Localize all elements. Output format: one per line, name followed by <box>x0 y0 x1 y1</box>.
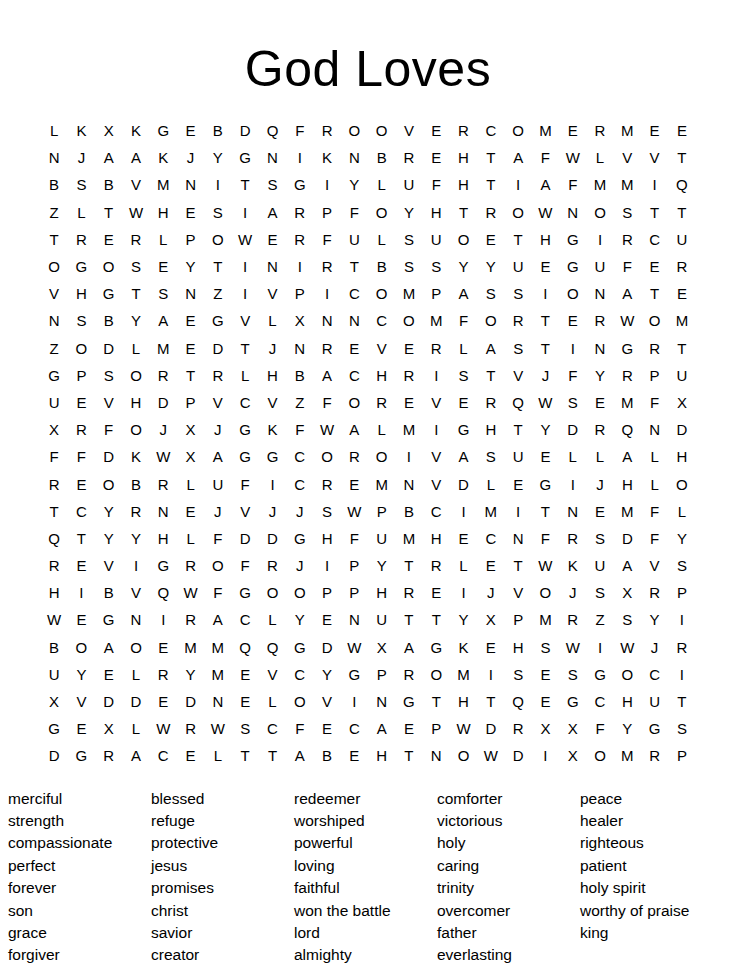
grid-cell[interactable]: S <box>504 335 531 362</box>
grid-cell[interactable]: Q <box>232 634 259 661</box>
grid-cell[interactable]: P <box>368 661 395 688</box>
grid-cell[interactable]: Q <box>614 416 641 443</box>
grid-cell[interactable]: R <box>95 742 122 769</box>
grid-cell[interactable]: S <box>559 661 586 688</box>
grid-cell[interactable]: E <box>95 226 122 253</box>
grid-cell[interactable]: P <box>423 715 450 742</box>
grid-cell[interactable]: M <box>450 661 477 688</box>
grid-cell[interactable]: I <box>532 742 559 769</box>
grid-cell[interactable]: M <box>586 171 613 198</box>
grid-cell[interactable]: S <box>259 171 286 198</box>
grid-cell[interactable]: B <box>313 742 340 769</box>
grid-cell[interactable]: N <box>586 280 613 307</box>
grid-cell[interactable]: V <box>95 389 122 416</box>
grid-cell[interactable]: N <box>368 688 395 715</box>
grid-cell[interactable]: T <box>668 144 695 171</box>
grid-cell[interactable]: J <box>559 579 586 606</box>
grid-cell[interactable]: O <box>368 117 395 144</box>
grid-cell[interactable]: C <box>68 498 95 525</box>
grid-cell[interactable]: W <box>477 742 504 769</box>
grid-cell[interactable]: R <box>614 226 641 253</box>
grid-cell[interactable]: E <box>423 117 450 144</box>
grid-cell[interactable]: F <box>286 416 313 443</box>
grid-cell[interactable]: G <box>68 253 95 280</box>
grid-cell[interactable]: R <box>450 117 477 144</box>
grid-cell[interactable]: I <box>150 606 177 633</box>
grid-cell[interactable]: E <box>641 117 668 144</box>
grid-cell[interactable]: Y <box>614 715 641 742</box>
grid-cell[interactable]: E <box>341 742 368 769</box>
grid-cell[interactable]: T <box>450 199 477 226</box>
grid-cell[interactable]: B <box>95 307 122 334</box>
grid-cell[interactable]: R <box>286 226 313 253</box>
grid-cell[interactable]: H <box>368 579 395 606</box>
grid-cell[interactable]: M <box>204 634 231 661</box>
grid-cell[interactable]: B <box>122 470 149 497</box>
grid-cell[interactable]: S <box>450 362 477 389</box>
grid-cell[interactable]: S <box>395 226 422 253</box>
grid-cell[interactable]: T <box>641 280 668 307</box>
grid-cell[interactable]: R <box>150 661 177 688</box>
grid-cell[interactable]: E <box>68 715 95 742</box>
grid-cell[interactable]: F <box>341 525 368 552</box>
grid-cell[interactable]: M <box>614 389 641 416</box>
grid-cell[interactable]: U <box>395 171 422 198</box>
grid-cell[interactable]: K <box>259 416 286 443</box>
grid-cell[interactable]: W <box>532 552 559 579</box>
grid-cell[interactable]: H <box>150 199 177 226</box>
grid-cell[interactable]: J <box>204 416 231 443</box>
grid-cell[interactable]: H <box>150 525 177 552</box>
grid-cell[interactable]: G <box>95 280 122 307</box>
grid-cell[interactable]: E <box>477 226 504 253</box>
grid-cell[interactable]: D <box>95 443 122 470</box>
grid-cell[interactable]: J <box>204 498 231 525</box>
grid-cell[interactable]: W <box>532 389 559 416</box>
grid-cell[interactable]: F <box>423 171 450 198</box>
grid-cell[interactable]: T <box>423 688 450 715</box>
grid-cell[interactable]: C <box>641 661 668 688</box>
grid-cell[interactable]: R <box>504 307 531 334</box>
grid-cell[interactable]: O <box>504 199 531 226</box>
grid-cell[interactable]: T <box>477 171 504 198</box>
grid-cell[interactable]: E <box>68 552 95 579</box>
grid-cell[interactable]: R <box>341 443 368 470</box>
grid-cell[interactable]: C <box>368 307 395 334</box>
grid-cell[interactable]: I <box>641 171 668 198</box>
grid-cell[interactable]: X <box>286 307 313 334</box>
grid-cell[interactable]: W <box>559 144 586 171</box>
grid-cell[interactable]: I <box>559 470 586 497</box>
grid-cell[interactable]: B <box>204 117 231 144</box>
grid-cell[interactable]: T <box>341 253 368 280</box>
grid-cell[interactable]: V <box>423 443 450 470</box>
grid-cell[interactable]: E <box>504 470 531 497</box>
grid-cell[interactable]: I <box>532 280 559 307</box>
grid-cell[interactable]: D <box>40 742 67 769</box>
grid-cell[interactable]: E <box>150 688 177 715</box>
grid-cell[interactable]: O <box>477 307 504 334</box>
grid-cell[interactable]: S <box>504 661 531 688</box>
grid-cell[interactable]: R <box>559 606 586 633</box>
grid-cell[interactable]: K <box>150 144 177 171</box>
grid-cell[interactable]: H <box>450 688 477 715</box>
grid-cell[interactable]: T <box>668 199 695 226</box>
grid-cell[interactable]: R <box>150 470 177 497</box>
grid-cell[interactable]: G <box>286 525 313 552</box>
grid-cell[interactable]: S <box>586 579 613 606</box>
grid-cell[interactable]: S <box>423 253 450 280</box>
grid-cell[interactable]: E <box>313 606 340 633</box>
grid-cell[interactable]: K <box>122 117 149 144</box>
grid-cell[interactable]: V <box>423 389 450 416</box>
grid-cell[interactable]: F <box>232 552 259 579</box>
grid-cell[interactable]: R <box>423 552 450 579</box>
grid-cell[interactable]: V <box>204 389 231 416</box>
grid-cell[interactable]: R <box>122 226 149 253</box>
grid-cell[interactable]: U <box>504 443 531 470</box>
grid-cell[interactable]: P <box>313 199 340 226</box>
grid-cell[interactable]: R <box>641 335 668 362</box>
grid-cell[interactable]: Z <box>204 280 231 307</box>
grid-cell[interactable]: O <box>68 634 95 661</box>
grid-cell[interactable]: W <box>341 634 368 661</box>
grid-cell[interactable]: I <box>341 688 368 715</box>
grid-cell[interactable]: O <box>95 470 122 497</box>
grid-cell[interactable]: O <box>641 307 668 334</box>
grid-cell[interactable]: X <box>177 443 204 470</box>
grid-cell[interactable]: E <box>177 117 204 144</box>
grid-cell[interactable]: S <box>95 362 122 389</box>
grid-cell[interactable]: F <box>40 443 67 470</box>
grid-cell[interactable]: U <box>341 226 368 253</box>
grid-cell[interactable]: E <box>177 742 204 769</box>
grid-cell[interactable]: N <box>423 742 450 769</box>
grid-cell[interactable]: L <box>368 171 395 198</box>
grid-cell[interactable]: E <box>395 715 422 742</box>
grid-cell[interactable]: A <box>341 416 368 443</box>
grid-cell[interactable]: P <box>177 389 204 416</box>
grid-cell[interactable]: X <box>668 389 695 416</box>
grid-cell[interactable]: L <box>641 443 668 470</box>
grid-cell[interactable]: Y <box>177 253 204 280</box>
grid-cell[interactable]: N <box>586 335 613 362</box>
grid-cell[interactable]: G <box>286 634 313 661</box>
grid-cell[interactable]: A <box>122 742 149 769</box>
grid-cell[interactable]: W <box>40 606 67 633</box>
grid-cell[interactable]: E <box>559 307 586 334</box>
grid-cell[interactable]: I <box>559 335 586 362</box>
grid-cell[interactable]: A <box>204 443 231 470</box>
grid-cell[interactable]: E <box>177 498 204 525</box>
grid-cell[interactable]: J <box>641 634 668 661</box>
grid-cell[interactable]: G <box>341 661 368 688</box>
grid-cell[interactable]: Y <box>341 171 368 198</box>
grid-cell[interactable]: F <box>341 199 368 226</box>
grid-cell[interactable]: D <box>614 525 641 552</box>
grid-cell[interactable]: G <box>559 688 586 715</box>
grid-cell[interactable]: I <box>68 579 95 606</box>
grid-cell[interactable]: Y <box>68 661 95 688</box>
grid-cell[interactable]: R <box>313 470 340 497</box>
grid-cell[interactable]: O <box>368 199 395 226</box>
grid-cell[interactable]: T <box>532 307 559 334</box>
grid-cell[interactable]: J <box>150 416 177 443</box>
grid-cell[interactable]: T <box>395 552 422 579</box>
grid-cell[interactable]: L <box>150 226 177 253</box>
grid-cell[interactable]: T <box>477 362 504 389</box>
grid-cell[interactable]: R <box>313 335 340 362</box>
grid-cell[interactable]: S <box>477 280 504 307</box>
grid-cell[interactable]: N <box>40 144 67 171</box>
grid-cell[interactable]: S <box>504 280 531 307</box>
grid-cell[interactable]: G <box>150 117 177 144</box>
grid-cell[interactable]: E <box>68 389 95 416</box>
grid-cell[interactable]: G <box>559 253 586 280</box>
grid-cell[interactable]: T <box>395 606 422 633</box>
grid-cell[interactable]: Q <box>504 389 531 416</box>
grid-cell[interactable]: L <box>68 199 95 226</box>
grid-cell[interactable]: R <box>313 117 340 144</box>
grid-cell[interactable]: M <box>395 280 422 307</box>
grid-cell[interactable]: V <box>232 307 259 334</box>
grid-cell[interactable]: G <box>450 416 477 443</box>
grid-cell[interactable]: O <box>286 688 313 715</box>
grid-cell[interactable]: L <box>122 661 149 688</box>
grid-cell[interactable]: C <box>232 389 259 416</box>
grid-cell[interactable]: I <box>477 661 504 688</box>
grid-cell[interactable]: I <box>286 253 313 280</box>
grid-cell[interactable]: T <box>177 362 204 389</box>
grid-cell[interactable]: P <box>341 552 368 579</box>
grid-cell[interactable]: L <box>259 688 286 715</box>
grid-cell[interactable]: H <box>313 525 340 552</box>
grid-cell[interactable]: X <box>368 634 395 661</box>
grid-cell[interactable]: D <box>232 525 259 552</box>
grid-cell[interactable]: S <box>532 634 559 661</box>
grid-cell[interactable]: H <box>532 226 559 253</box>
grid-cell[interactable]: X <box>477 606 504 633</box>
grid-cell[interactable]: M <box>668 307 695 334</box>
grid-cell[interactable]: E <box>586 389 613 416</box>
grid-cell[interactable]: E <box>532 661 559 688</box>
grid-cell[interactable]: I <box>232 280 259 307</box>
grid-cell[interactable]: Y <box>122 525 149 552</box>
grid-cell[interactable]: B <box>368 144 395 171</box>
grid-cell[interactable]: T <box>232 335 259 362</box>
grid-cell[interactable]: Y <box>395 199 422 226</box>
grid-cell[interactable]: D <box>313 634 340 661</box>
grid-cell[interactable]: D <box>204 335 231 362</box>
grid-cell[interactable]: W <box>150 715 177 742</box>
grid-cell[interactable]: H <box>368 742 395 769</box>
grid-cell[interactable]: I <box>313 552 340 579</box>
grid-cell[interactable]: D <box>559 416 586 443</box>
grid-cell[interactable]: C <box>586 688 613 715</box>
grid-cell[interactable]: R <box>504 715 531 742</box>
grid-cell[interactable]: C <box>341 280 368 307</box>
grid-cell[interactable]: R <box>395 144 422 171</box>
grid-cell[interactable]: W <box>614 634 641 661</box>
grid-cell[interactable]: W <box>313 416 340 443</box>
grid-cell[interactable]: U <box>204 470 231 497</box>
grid-cell[interactable]: S <box>668 715 695 742</box>
grid-cell[interactable]: J <box>586 470 613 497</box>
grid-cell[interactable]: T <box>232 171 259 198</box>
grid-cell[interactable]: E <box>423 579 450 606</box>
grid-cell[interactable]: R <box>668 253 695 280</box>
grid-cell[interactable]: L <box>259 307 286 334</box>
grid-cell[interactable]: Y <box>177 661 204 688</box>
grid-cell[interactable]: U <box>40 661 67 688</box>
grid-cell[interactable]: I <box>313 171 340 198</box>
grid-cell[interactable]: T <box>477 144 504 171</box>
grid-cell[interactable]: P <box>177 226 204 253</box>
grid-cell[interactable]: F <box>641 389 668 416</box>
grid-cell[interactable]: R <box>150 362 177 389</box>
grid-cell[interactable]: A <box>286 742 313 769</box>
grid-cell[interactable]: B <box>286 362 313 389</box>
grid-cell[interactable]: M <box>477 498 504 525</box>
grid-cell[interactable]: C <box>341 715 368 742</box>
grid-cell[interactable]: P <box>668 579 695 606</box>
grid-cell[interactable]: E <box>395 335 422 362</box>
grid-cell[interactable]: T <box>232 742 259 769</box>
grid-cell[interactable]: O <box>368 443 395 470</box>
grid-cell[interactable]: K <box>450 634 477 661</box>
grid-cell[interactable]: D <box>232 117 259 144</box>
grid-cell[interactable]: M <box>532 117 559 144</box>
grid-cell[interactable]: I <box>586 634 613 661</box>
grid-cell[interactable]: C <box>286 443 313 470</box>
grid-cell[interactable]: F <box>450 307 477 334</box>
grid-cell[interactable]: I <box>122 552 149 579</box>
grid-cell[interactable]: W <box>122 199 149 226</box>
grid-cell[interactable]: E <box>232 688 259 715</box>
grid-cell[interactable]: J <box>259 335 286 362</box>
grid-cell[interactable]: Q <box>259 117 286 144</box>
grid-cell[interactable]: I <box>668 661 695 688</box>
grid-cell[interactable]: G <box>40 362 67 389</box>
grid-cell[interactable]: M <box>204 661 231 688</box>
grid-cell[interactable]: P <box>368 498 395 525</box>
grid-cell[interactable]: V <box>614 144 641 171</box>
grid-cell[interactable]: X <box>40 416 67 443</box>
grid-cell[interactable]: Y <box>286 606 313 633</box>
grid-cell[interactable]: E <box>477 552 504 579</box>
grid-cell[interactable]: T <box>40 226 67 253</box>
grid-cell[interactable]: R <box>586 117 613 144</box>
grid-cell[interactable]: H <box>368 362 395 389</box>
grid-cell[interactable]: V <box>368 335 395 362</box>
grid-cell[interactable]: N <box>259 253 286 280</box>
grid-cell[interactable]: V <box>259 661 286 688</box>
grid-cell[interactable]: P <box>313 579 340 606</box>
grid-cell[interactable]: I <box>395 443 422 470</box>
grid-cell[interactable]: F <box>286 715 313 742</box>
grid-cell[interactable]: H <box>423 199 450 226</box>
grid-cell[interactable]: N <box>641 416 668 443</box>
grid-cell[interactable]: E <box>341 335 368 362</box>
grid-cell[interactable]: X <box>614 579 641 606</box>
grid-cell[interactable]: V <box>423 470 450 497</box>
grid-cell[interactable]: Y <box>368 552 395 579</box>
grid-cell[interactable]: V <box>68 688 95 715</box>
grid-cell[interactable]: Y <box>450 253 477 280</box>
grid-cell[interactable]: S <box>559 389 586 416</box>
grid-cell[interactable]: S <box>395 253 422 280</box>
grid-cell[interactable]: T <box>204 253 231 280</box>
grid-cell[interactable]: O <box>204 552 231 579</box>
grid-cell[interactable]: S <box>204 199 231 226</box>
grid-cell[interactable]: U <box>423 226 450 253</box>
grid-cell[interactable]: C <box>232 606 259 633</box>
grid-cell[interactable]: R <box>40 470 67 497</box>
grid-cell[interactable]: D <box>150 389 177 416</box>
grid-cell[interactable]: P <box>341 579 368 606</box>
grid-cell[interactable]: O <box>450 742 477 769</box>
grid-cell[interactable]: V <box>259 389 286 416</box>
grid-cell[interactable]: R <box>68 226 95 253</box>
grid-cell[interactable]: D <box>177 688 204 715</box>
grid-cell[interactable]: P <box>668 742 695 769</box>
grid-cell[interactable]: G <box>286 171 313 198</box>
grid-cell[interactable]: T <box>532 498 559 525</box>
grid-cell[interactable]: L <box>450 552 477 579</box>
grid-cell[interactable]: L <box>368 226 395 253</box>
grid-cell[interactable]: L <box>177 525 204 552</box>
grid-cell[interactable]: L <box>586 443 613 470</box>
grid-cell[interactable]: G <box>614 335 641 362</box>
grid-cell[interactable]: U <box>40 389 67 416</box>
grid-cell[interactable]: A <box>313 362 340 389</box>
grid-cell[interactable]: R <box>40 552 67 579</box>
grid-cell[interactable]: R <box>177 606 204 633</box>
grid-cell[interactable]: P <box>641 362 668 389</box>
grid-cell[interactable]: A <box>504 144 531 171</box>
grid-cell[interactable]: M <box>150 335 177 362</box>
grid-cell[interactable]: C <box>286 661 313 688</box>
grid-cell[interactable]: Q <box>259 634 286 661</box>
grid-cell[interactable]: R <box>586 416 613 443</box>
grid-cell[interactable]: L <box>450 335 477 362</box>
grid-cell[interactable]: N <box>395 470 422 497</box>
grid-cell[interactable]: W <box>177 579 204 606</box>
grid-cell[interactable]: R <box>586 307 613 334</box>
grid-cell[interactable]: T <box>532 335 559 362</box>
grid-cell[interactable]: E <box>641 253 668 280</box>
grid-cell[interactable]: E <box>95 661 122 688</box>
grid-cell[interactable]: L <box>641 470 668 497</box>
grid-cell[interactable]: R <box>641 579 668 606</box>
grid-cell[interactable]: W <box>341 498 368 525</box>
grid-cell[interactable]: U <box>641 688 668 715</box>
grid-cell[interactable]: W <box>532 199 559 226</box>
grid-cell[interactable]: O <box>614 661 641 688</box>
grid-cell[interactable]: R <box>614 362 641 389</box>
grid-cell[interactable]: O <box>122 634 149 661</box>
grid-cell[interactable]: R <box>668 634 695 661</box>
grid-cell[interactable]: A <box>204 606 231 633</box>
grid-cell[interactable]: U <box>668 362 695 389</box>
grid-cell[interactable]: T <box>259 742 286 769</box>
grid-cell[interactable]: V <box>313 688 340 715</box>
grid-cell[interactable]: A <box>95 634 122 661</box>
grid-cell[interactable]: O <box>586 199 613 226</box>
grid-cell[interactable]: N <box>40 307 67 334</box>
grid-cell[interactable]: L <box>177 470 204 497</box>
grid-cell[interactable]: N <box>504 525 531 552</box>
